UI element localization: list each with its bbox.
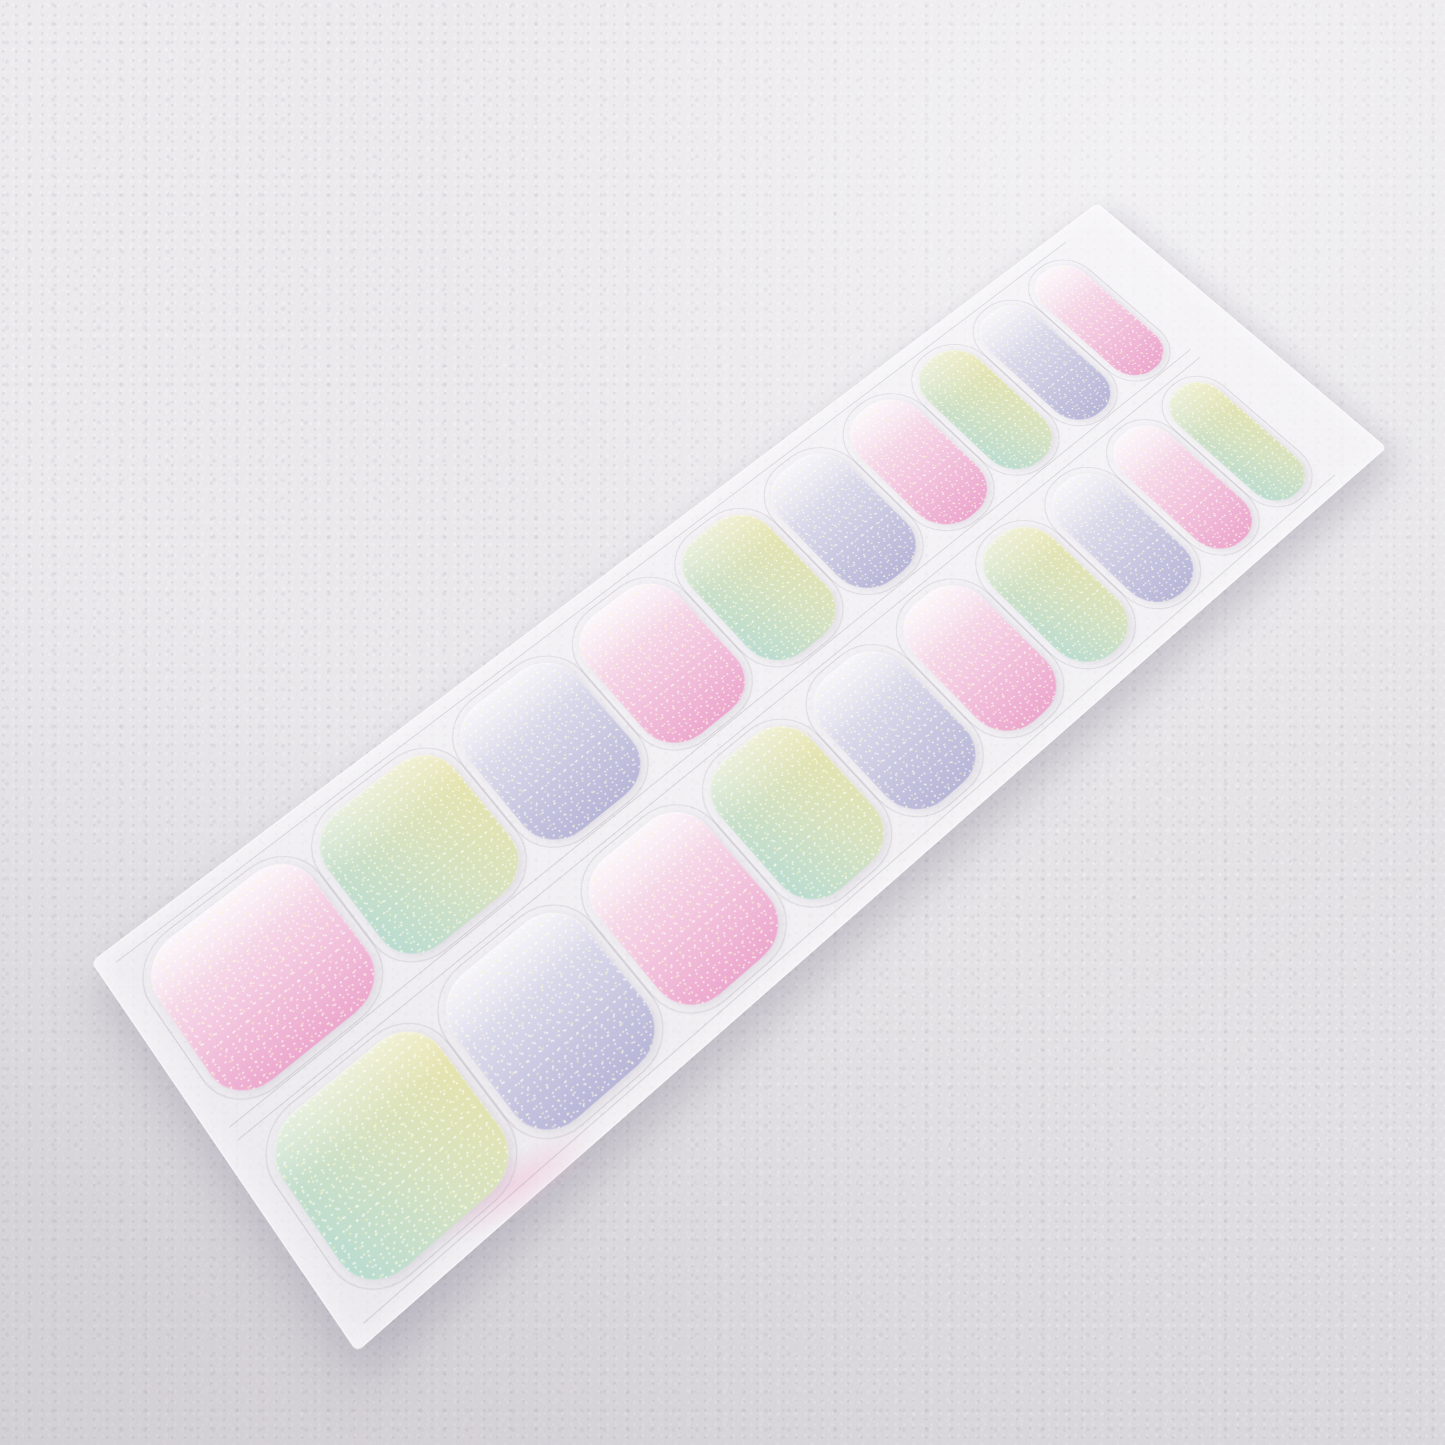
photo-canvas bbox=[0, 0, 1445, 1445]
